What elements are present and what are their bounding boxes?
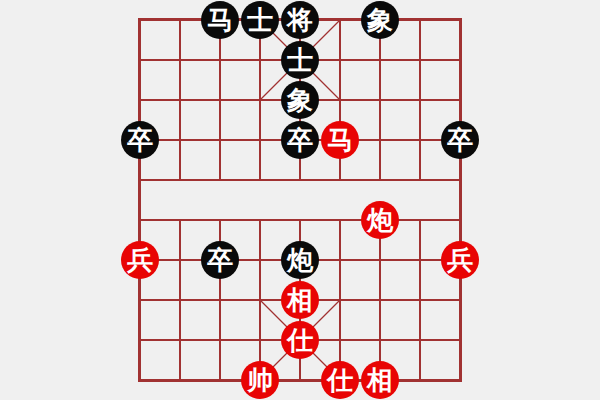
piece-red-advisor[interactable]: 仕 (281, 321, 319, 359)
piece-red-pawn[interactable]: 兵 (441, 241, 479, 279)
piece-black-cannon[interactable]: 炮 (281, 241, 319, 279)
xiangqi-board[interactable]: 马士将象士象卒卒马卒炮兵卒炮兵相仕帅仕相 (0, 0, 600, 400)
piece-red-pawn[interactable]: 兵 (121, 241, 159, 279)
xiangqi-app: 马士将象士象卒卒马卒炮兵卒炮兵相仕帅仕相 (0, 0, 600, 400)
piece-red-elephant[interactable]: 相 (361, 361, 399, 399)
pieces-layer: 马士将象士象卒卒马卒炮兵卒炮兵相仕帅仕相 (0, 0, 600, 400)
piece-black-pawn[interactable]: 卒 (201, 241, 239, 279)
piece-red-elephant[interactable]: 相 (281, 281, 319, 319)
piece-red-cannon[interactable]: 炮 (361, 201, 399, 239)
piece-black-king[interactable]: 将 (281, 1, 319, 39)
piece-red-advisor[interactable]: 仕 (321, 361, 359, 399)
piece-black-elephant[interactable]: 象 (361, 1, 399, 39)
piece-black-pawn[interactable]: 卒 (281, 121, 319, 159)
piece-black-elephant[interactable]: 象 (281, 81, 319, 119)
piece-black-advisor[interactable]: 士 (241, 1, 279, 39)
piece-black-pawn[interactable]: 卒 (121, 121, 159, 159)
piece-black-pawn[interactable]: 卒 (441, 121, 479, 159)
piece-black-advisor[interactable]: 士 (281, 41, 319, 79)
piece-red-horse[interactable]: 马 (321, 121, 359, 159)
piece-black-horse[interactable]: 马 (201, 1, 239, 39)
piece-red-king[interactable]: 帅 (241, 361, 279, 399)
